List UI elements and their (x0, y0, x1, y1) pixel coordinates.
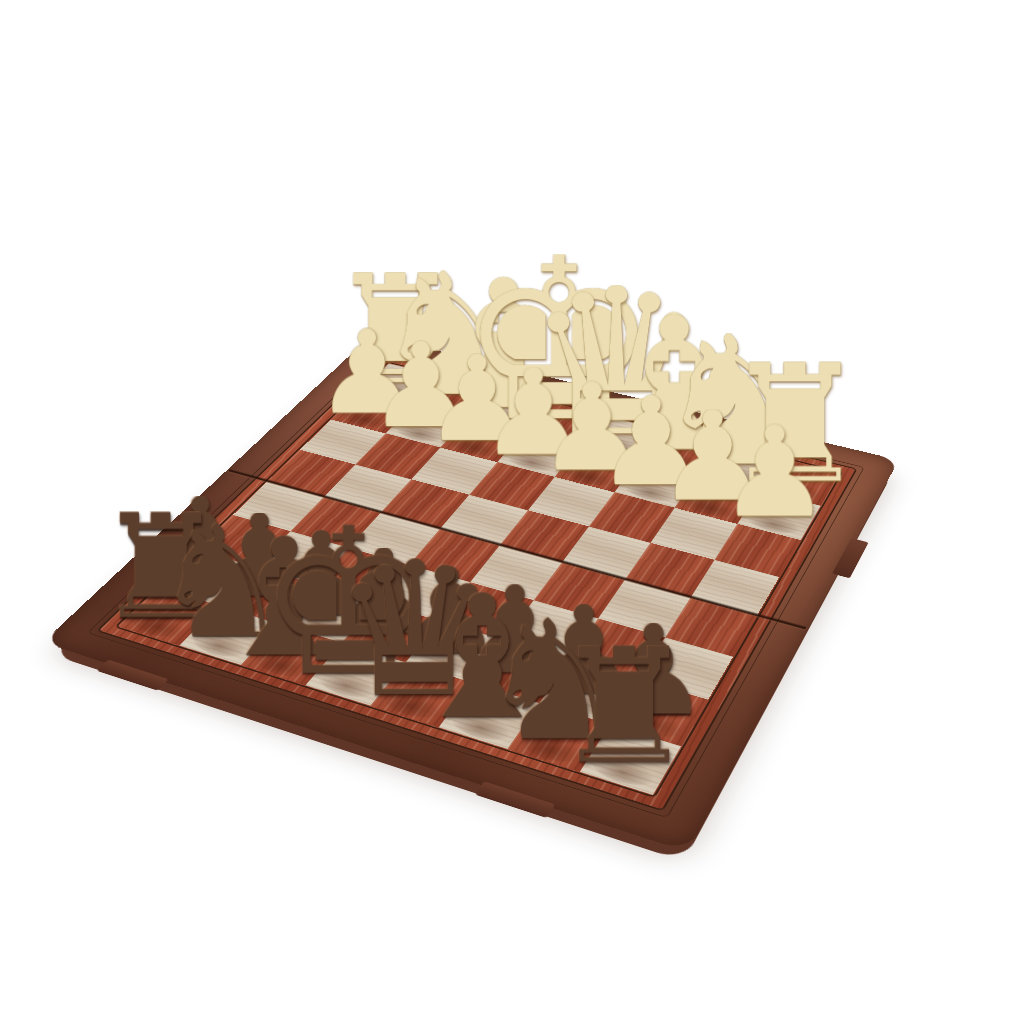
page-background: { "game": "chess", "position": { "fen": … (0, 0, 1024, 1024)
board-foot (832, 538, 869, 578)
black-rook: ♜ (554, 645, 696, 769)
board-foot (97, 660, 169, 691)
board-foot (475, 781, 555, 818)
white-pawn: ♟ (719, 423, 832, 521)
chess-board: ♜♞♝♚♛♝♞♜♟♟♟♟♟♟♟♟♟♟♟♟♟♟♟♟♜♞♝♚♛♝♞♜ (43, 335, 899, 852)
board-squares: ♜♞♝♚♛♝♞♜♟♟♟♟♟♟♟♟♟♟♟♟♟♟♟♟♜♞♝♚♛♝♞♜ (119, 363, 840, 795)
product-photo-scene: ♜♞♝♚♛♝♞♜♟♟♟♟♟♟♟♟♟♟♟♟♟♟♟♟♜♞♝♚♛♝♞♜ (0, 0, 1024, 1024)
